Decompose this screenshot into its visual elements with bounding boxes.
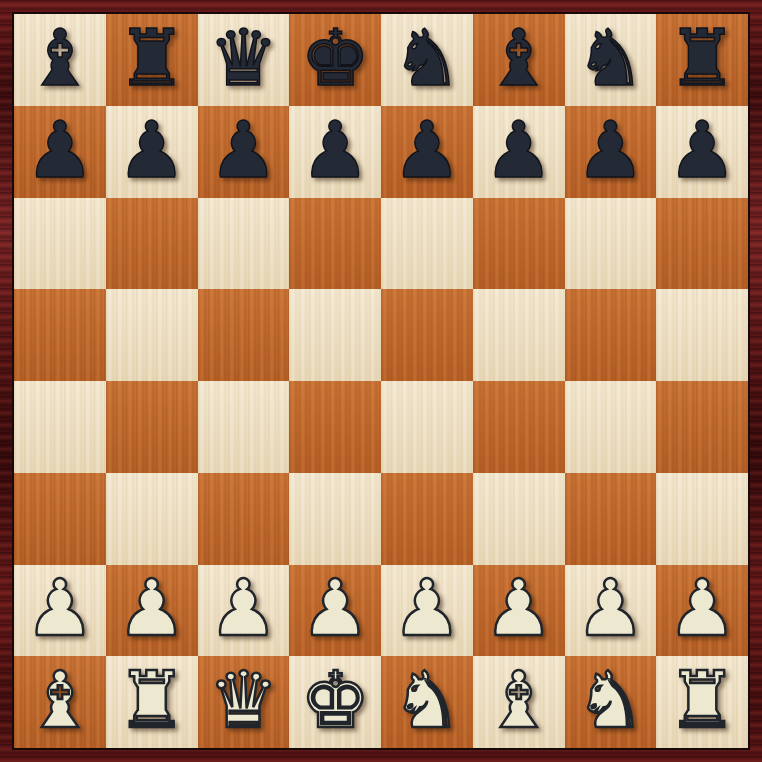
- piece-black-pawn[interactable]: ♟: [117, 111, 187, 189]
- square-e5[interactable]: [381, 289, 473, 381]
- square-h2[interactable]: ♟: [656, 565, 748, 657]
- square-h3[interactable]: [656, 473, 748, 565]
- square-a5[interactable]: [14, 289, 106, 381]
- square-b2[interactable]: ♟: [106, 565, 198, 657]
- square-b4[interactable]: [106, 381, 198, 473]
- square-a7[interactable]: ♟: [14, 106, 106, 198]
- square-h8[interactable]: ♜: [656, 14, 748, 106]
- square-e8[interactable]: ♞: [381, 14, 473, 106]
- piece-black-pawn[interactable]: ♟: [575, 111, 645, 189]
- piece-white-rook[interactable]: ♜: [667, 661, 737, 739]
- square-d6[interactable]: [289, 198, 381, 290]
- square-a4[interactable]: [14, 381, 106, 473]
- piece-white-pawn[interactable]: ♟: [484, 569, 554, 647]
- piece-black-rook[interactable]: ♜: [117, 19, 187, 97]
- square-g3[interactable]: [565, 473, 657, 565]
- square-a6[interactable]: [14, 198, 106, 290]
- board-frame: ♝♜♛♚♞♝♞♜♟♟♟♟♟♟♟♟♟♟♟♟♟♟♟♟♝♜♛♚♞♝♞♜: [0, 0, 762, 762]
- piece-white-bishop[interactable]: ♝: [25, 661, 95, 739]
- square-a1[interactable]: ♝: [14, 656, 106, 748]
- square-f5[interactable]: [473, 289, 565, 381]
- square-c2[interactable]: ♟: [198, 565, 290, 657]
- piece-white-knight[interactable]: ♞: [575, 661, 645, 739]
- piece-white-rook[interactable]: ♜: [117, 661, 187, 739]
- square-c3[interactable]: [198, 473, 290, 565]
- piece-black-pawn[interactable]: ♟: [667, 111, 737, 189]
- square-h4[interactable]: [656, 381, 748, 473]
- square-c4[interactable]: [198, 381, 290, 473]
- piece-black-pawn[interactable]: ♟: [208, 111, 278, 189]
- square-f2[interactable]: ♟: [473, 565, 565, 657]
- square-b8[interactable]: ♜: [106, 14, 198, 106]
- square-a3[interactable]: [14, 473, 106, 565]
- piece-white-pawn[interactable]: ♟: [300, 569, 370, 647]
- square-b1[interactable]: ♜: [106, 656, 198, 748]
- square-e3[interactable]: [381, 473, 473, 565]
- square-e1[interactable]: ♞: [381, 656, 473, 748]
- square-e2[interactable]: ♟: [381, 565, 473, 657]
- piece-black-bishop[interactable]: ♝: [484, 19, 554, 97]
- board-inner-edge: ♝♜♛♚♞♝♞♜♟♟♟♟♟♟♟♟♟♟♟♟♟♟♟♟♝♜♛♚♞♝♞♜: [12, 12, 750, 750]
- square-b6[interactable]: [106, 198, 198, 290]
- square-d4[interactable]: [289, 381, 381, 473]
- square-f1[interactable]: ♝: [473, 656, 565, 748]
- piece-black-pawn[interactable]: ♟: [484, 111, 554, 189]
- piece-black-queen[interactable]: ♛: [208, 19, 278, 97]
- square-g1[interactable]: ♞: [565, 656, 657, 748]
- square-f4[interactable]: [473, 381, 565, 473]
- piece-black-pawn[interactable]: ♟: [300, 111, 370, 189]
- piece-black-pawn[interactable]: ♟: [392, 111, 462, 189]
- piece-black-bishop[interactable]: ♝: [25, 19, 95, 97]
- square-h6[interactable]: [656, 198, 748, 290]
- square-d1[interactable]: ♚: [289, 656, 381, 748]
- square-b3[interactable]: [106, 473, 198, 565]
- piece-white-pawn[interactable]: ♟: [25, 569, 95, 647]
- square-d2[interactable]: ♟: [289, 565, 381, 657]
- piece-white-pawn[interactable]: ♟: [392, 569, 462, 647]
- square-d3[interactable]: [289, 473, 381, 565]
- square-g6[interactable]: [565, 198, 657, 290]
- square-c7[interactable]: ♟: [198, 106, 290, 198]
- piece-white-pawn[interactable]: ♟: [117, 569, 187, 647]
- piece-white-pawn[interactable]: ♟: [667, 569, 737, 647]
- square-a2[interactable]: ♟: [14, 565, 106, 657]
- square-c5[interactable]: [198, 289, 290, 381]
- piece-white-knight[interactable]: ♞: [392, 661, 462, 739]
- square-f8[interactable]: ♝: [473, 14, 565, 106]
- square-f6[interactable]: [473, 198, 565, 290]
- piece-white-pawn[interactable]: ♟: [575, 569, 645, 647]
- square-f7[interactable]: ♟: [473, 106, 565, 198]
- square-c1[interactable]: ♛: [198, 656, 290, 748]
- piece-black-king[interactable]: ♚: [300, 19, 370, 97]
- piece-white-pawn[interactable]: ♟: [208, 569, 278, 647]
- square-a8[interactable]: ♝: [14, 14, 106, 106]
- square-e6[interactable]: [381, 198, 473, 290]
- square-g7[interactable]: ♟: [565, 106, 657, 198]
- piece-black-rook[interactable]: ♜: [667, 19, 737, 97]
- square-g4[interactable]: [565, 381, 657, 473]
- piece-white-bishop[interactable]: ♝: [484, 661, 554, 739]
- square-d7[interactable]: ♟: [289, 106, 381, 198]
- square-e4[interactable]: [381, 381, 473, 473]
- square-c6[interactable]: [198, 198, 290, 290]
- square-g2[interactable]: ♟: [565, 565, 657, 657]
- square-h5[interactable]: [656, 289, 748, 381]
- square-e7[interactable]: ♟: [381, 106, 473, 198]
- piece-white-queen[interactable]: ♛: [208, 661, 278, 739]
- square-c8[interactable]: ♛: [198, 14, 290, 106]
- square-b7[interactable]: ♟: [106, 106, 198, 198]
- square-f3[interactable]: [473, 473, 565, 565]
- square-b5[interactable]: [106, 289, 198, 381]
- piece-white-king[interactable]: ♚: [300, 661, 370, 739]
- piece-black-knight[interactable]: ♞: [392, 19, 462, 97]
- square-d8[interactable]: ♚: [289, 14, 381, 106]
- square-h7[interactable]: ♟: [656, 106, 748, 198]
- square-h1[interactable]: ♜: [656, 656, 748, 748]
- piece-black-pawn[interactable]: ♟: [25, 111, 95, 189]
- square-d5[interactable]: [289, 289, 381, 381]
- piece-black-knight[interactable]: ♞: [575, 19, 645, 97]
- square-g5[interactable]: [565, 289, 657, 381]
- chess-board: ♝♜♛♚♞♝♞♜♟♟♟♟♟♟♟♟♟♟♟♟♟♟♟♟♝♜♛♚♞♝♞♜: [14, 14, 748, 748]
- square-g8[interactable]: ♞: [565, 14, 657, 106]
